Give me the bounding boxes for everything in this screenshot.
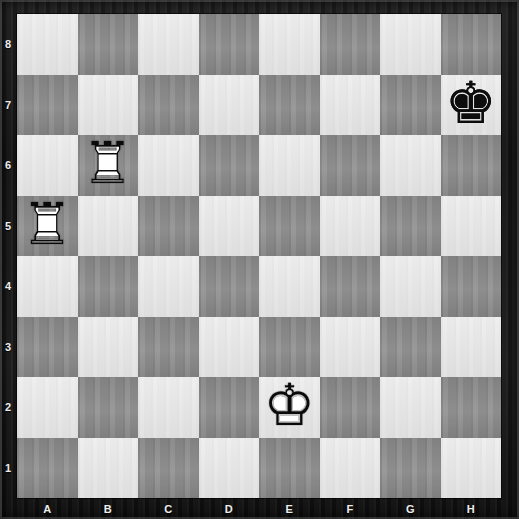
square-d6[interactable]: [199, 135, 260, 196]
square-b8[interactable]: [78, 14, 139, 75]
square-g3[interactable]: [380, 317, 441, 378]
square-e1[interactable]: [259, 438, 320, 499]
square-a6[interactable]: [17, 135, 78, 196]
square-f2[interactable]: [320, 377, 381, 438]
square-e6[interactable]: [259, 135, 320, 196]
square-f7[interactable]: [320, 75, 381, 136]
rank-label-1: 1: [5, 462, 11, 474]
piece-glyph-outline: ♖: [78, 133, 139, 194]
square-c4[interactable]: [138, 256, 199, 317]
square-e3[interactable]: [259, 317, 320, 378]
rank-label-2: 2: [5, 401, 11, 413]
square-e2[interactable]: ♚♔: [259, 377, 320, 438]
square-g5[interactable]: [380, 196, 441, 257]
square-a2[interactable]: [17, 377, 78, 438]
square-h6[interactable]: [441, 135, 502, 196]
square-a4[interactable]: [17, 256, 78, 317]
square-e7[interactable]: [259, 75, 320, 136]
file-label-c: C: [164, 503, 172, 515]
square-b3[interactable]: [78, 317, 139, 378]
square-a1[interactable]: [17, 438, 78, 499]
piece-glyph-outline: ♚: [441, 73, 502, 134]
square-h1[interactable]: [441, 438, 502, 499]
file-label-e: E: [286, 503, 293, 515]
square-f1[interactable]: [320, 438, 381, 499]
rank-label-6: 6: [5, 159, 11, 171]
chessboard: ♚♚♜♖♜♖♚♔: [17, 14, 501, 498]
square-a3[interactable]: [17, 317, 78, 378]
square-g8[interactable]: [380, 14, 441, 75]
square-d8[interactable]: [199, 14, 260, 75]
square-e8[interactable]: [259, 14, 320, 75]
file-label-a: A: [43, 503, 51, 515]
rank-label-8: 8: [5, 38, 11, 50]
square-f4[interactable]: [320, 256, 381, 317]
square-c3[interactable]: [138, 317, 199, 378]
square-g1[interactable]: [380, 438, 441, 499]
square-g4[interactable]: [380, 256, 441, 317]
square-d5[interactable]: [199, 196, 260, 257]
square-c5[interactable]: [138, 196, 199, 257]
file-label-b: B: [104, 503, 112, 515]
square-d1[interactable]: [199, 438, 260, 499]
rank-label-5: 5: [5, 220, 11, 232]
square-f8[interactable]: [320, 14, 381, 75]
square-b5[interactable]: [78, 196, 139, 257]
file-label-d: D: [225, 503, 233, 515]
square-h5[interactable]: [441, 196, 502, 257]
square-b1[interactable]: [78, 438, 139, 499]
square-a8[interactable]: [17, 14, 78, 75]
square-c7[interactable]: [138, 75, 199, 136]
square-h2[interactable]: [441, 377, 502, 438]
square-f6[interactable]: [320, 135, 381, 196]
board-frame: ♚♚♜♖♜♖♚♔ 87654321ABCDEFGH: [0, 0, 519, 519]
square-c2[interactable]: [138, 377, 199, 438]
square-d2[interactable]: [199, 377, 260, 438]
square-f3[interactable]: [320, 317, 381, 378]
square-b6[interactable]: ♜♖: [78, 135, 139, 196]
square-b2[interactable]: [78, 377, 139, 438]
square-g7[interactable]: [380, 75, 441, 136]
square-e4[interactable]: [259, 256, 320, 317]
square-c6[interactable]: [138, 135, 199, 196]
square-g2[interactable]: [380, 377, 441, 438]
black-king[interactable]: ♚♚: [441, 75, 502, 136]
square-c1[interactable]: [138, 438, 199, 499]
file-label-h: H: [467, 503, 475, 515]
square-a7[interactable]: [17, 75, 78, 136]
rank-label-7: 7: [5, 99, 11, 111]
square-f5[interactable]: [320, 196, 381, 257]
square-c8[interactable]: [138, 14, 199, 75]
square-h8[interactable]: [441, 14, 502, 75]
square-b7[interactable]: [78, 75, 139, 136]
file-label-f: F: [346, 503, 353, 515]
rank-label-4: 4: [5, 280, 11, 292]
square-b4[interactable]: [78, 256, 139, 317]
square-a5[interactable]: ♜♖: [17, 196, 78, 257]
square-d4[interactable]: [199, 256, 260, 317]
square-d7[interactable]: [199, 75, 260, 136]
rank-label-3: 3: [5, 341, 11, 353]
piece-glyph-outline: ♖: [17, 194, 78, 255]
square-g6[interactable]: [380, 135, 441, 196]
square-h3[interactable]: [441, 317, 502, 378]
white-king[interactable]: ♚♔: [259, 377, 320, 438]
square-h7[interactable]: ♚♚: [441, 75, 502, 136]
file-label-g: G: [406, 503, 415, 515]
white-rook[interactable]: ♜♖: [78, 135, 139, 196]
square-h4[interactable]: [441, 256, 502, 317]
square-e5[interactable]: [259, 196, 320, 257]
white-rook[interactable]: ♜♖: [17, 196, 78, 257]
piece-glyph-outline: ♔: [259, 375, 320, 436]
square-d3[interactable]: [199, 317, 260, 378]
